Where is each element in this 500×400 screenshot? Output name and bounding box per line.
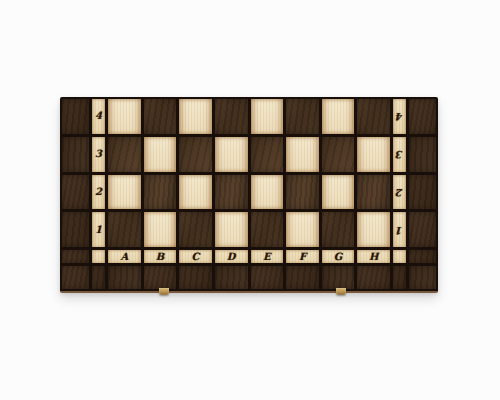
border-cell-bottom-7 — [286, 266, 319, 289]
square-h2 — [357, 175, 390, 210]
hinge-right — [336, 288, 346, 295]
border-cell-bottom-11 — [409, 266, 436, 289]
square-a1 — [108, 212, 141, 247]
rank-number-text: 3 — [95, 149, 102, 159]
strip-corner-right — [393, 250, 406, 263]
file-label-d: D — [215, 250, 248, 263]
rank-number-text-rotated: 2 — [396, 187, 403, 197]
file-label-h: H — [357, 250, 390, 263]
square-f1 — [286, 212, 319, 247]
rank-number-text-rotated: 3 — [396, 149, 403, 159]
border-cell-bottom-9 — [357, 266, 390, 289]
square-b1 — [144, 212, 177, 247]
file-letter-text: A — [120, 252, 128, 262]
square-g3 — [322, 137, 355, 172]
square-g1 — [322, 212, 355, 247]
square-d3 — [215, 137, 248, 172]
border-cell-bottom-2 — [108, 266, 141, 289]
hinge-left — [159, 288, 169, 295]
rank-label-left-2: 2 — [92, 175, 105, 210]
file-label-e: E — [251, 250, 284, 263]
border-cell-right-2 — [409, 175, 436, 210]
border-cell-left-3 — [62, 137, 89, 172]
border-cell-bottom-0 — [62, 266, 89, 289]
square-f4 — [286, 99, 319, 134]
file-letter-text: F — [299, 252, 306, 262]
square-b4 — [144, 99, 177, 134]
square-c2 — [179, 175, 212, 210]
file-label-b: B — [144, 250, 177, 263]
square-b3 — [144, 137, 177, 172]
border-cell-right-1 — [409, 212, 436, 247]
square-e2 — [251, 175, 284, 210]
file-label-g: G — [322, 250, 355, 263]
square-d2 — [215, 175, 248, 210]
square-f3 — [286, 137, 319, 172]
border-cell-left-4 — [62, 99, 89, 134]
rank-number-text: 4 — [95, 111, 102, 121]
square-c3 — [179, 137, 212, 172]
square-h1 — [357, 212, 390, 247]
square-h4 — [357, 99, 390, 134]
border-cell-right-strip — [409, 250, 436, 263]
square-h3 — [357, 137, 390, 172]
file-letter-text: E — [263, 252, 271, 262]
border-cell-bottom-6 — [251, 266, 284, 289]
square-e3 — [251, 137, 284, 172]
rank-number-text: 2 — [95, 187, 102, 197]
rank-label-right-1: 1 — [393, 212, 406, 247]
board: 44332211ABCDEFGH — [62, 99, 436, 289]
square-a2 — [108, 175, 141, 210]
border-cell-left-strip — [62, 250, 89, 263]
border-cell-left-1 — [62, 212, 89, 247]
border-cell-bottom-8 — [322, 266, 355, 289]
photo-background: 44332211ABCDEFGH — [0, 0, 500, 400]
file-letter-text: C — [192, 252, 200, 262]
border-cell-bottom-10 — [393, 266, 406, 289]
chess-box: 44332211ABCDEFGH — [60, 97, 438, 293]
border-cell-right-3 — [409, 137, 436, 172]
square-g2 — [322, 175, 355, 210]
square-d1 — [215, 212, 248, 247]
rank-label-left-4: 4 — [92, 99, 105, 134]
rank-number-text-rotated: 4 — [396, 111, 403, 121]
square-a3 — [108, 137, 141, 172]
rank-label-right-4: 4 — [393, 99, 406, 134]
square-b2 — [144, 175, 177, 210]
border-cell-bottom-4 — [179, 266, 212, 289]
file-letter-text: D — [227, 252, 236, 262]
square-a4 — [108, 99, 141, 134]
square-d4 — [215, 99, 248, 134]
square-g4 — [322, 99, 355, 134]
rank-label-left-1: 1 — [92, 212, 105, 247]
border-cell-bottom-5 — [215, 266, 248, 289]
border-cell-left-2 — [62, 175, 89, 210]
file-letter-text: H — [369, 252, 378, 262]
border-cell-bottom-1 — [92, 266, 105, 289]
rank-label-right-3: 3 — [393, 137, 406, 172]
rank-number-text: 1 — [95, 225, 102, 235]
square-e1 — [251, 212, 284, 247]
border-cell-right-4 — [409, 99, 436, 134]
square-e4 — [251, 99, 284, 134]
file-label-a: A — [108, 250, 141, 263]
rank-label-left-3: 3 — [92, 137, 105, 172]
file-label-f: F — [286, 250, 319, 263]
rank-number-text-rotated: 1 — [396, 225, 403, 235]
rank-label-right-2: 2 — [393, 175, 406, 210]
border-cell-bottom-3 — [144, 266, 177, 289]
square-c4 — [179, 99, 212, 134]
file-letter-text: B — [156, 252, 164, 262]
square-c1 — [179, 212, 212, 247]
square-f2 — [286, 175, 319, 210]
file-letter-text: G — [334, 252, 343, 262]
file-label-c: C — [179, 250, 212, 263]
strip-corner-left — [92, 250, 105, 263]
